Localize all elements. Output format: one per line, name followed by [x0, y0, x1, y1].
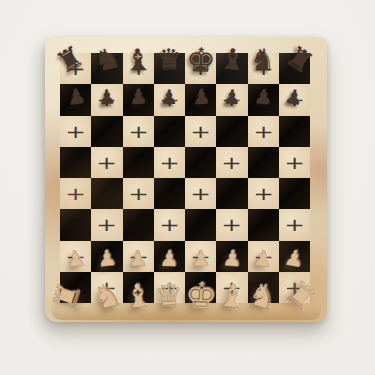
- square-f1[interactable]: +♝: [216, 272, 247, 303]
- square-a5[interactable]: [60, 147, 91, 178]
- plus-mark: +: [180, 179, 221, 208]
- square-b1[interactable]: +♞: [91, 272, 122, 303]
- piece-white-pawn-h2[interactable]: ♟: [283, 247, 306, 272]
- square-c3[interactable]: [123, 209, 154, 240]
- piece-black-pawn-e7[interactable]: ♟: [191, 86, 210, 107]
- plus-mark: +: [212, 148, 253, 177]
- plus-mark: +: [55, 117, 96, 146]
- piece-black-pawn-f7[interactable]: ♟: [222, 86, 241, 107]
- square-g2[interactable]: +♟: [248, 241, 279, 272]
- piece-black-knight-g8[interactable]: ♞: [248, 43, 279, 76]
- square-g5[interactable]: [248, 147, 279, 178]
- square-b7[interactable]: +♟: [91, 84, 122, 115]
- square-d7[interactable]: +♟: [154, 84, 185, 115]
- square-h7[interactable]: +♟: [279, 84, 310, 115]
- square-h5[interactable]: +: [279, 147, 310, 178]
- square-a6[interactable]: +: [60, 116, 91, 147]
- square-c1[interactable]: ♝: [123, 272, 154, 303]
- square-g6[interactable]: +: [248, 116, 279, 147]
- square-f5[interactable]: +: [216, 147, 247, 178]
- photo-backdrop: +♜♞+♝♛+♚♝+♞♜♟+♟♟+♟♟+♟♟+♟++++++++++++++++…: [0, 0, 375, 375]
- square-c2[interactable]: +♟: [123, 241, 154, 272]
- chess-board[interactable]: +♜♞+♝♛+♚♝+♞♜♟+♟♟+♟♟+♟♟+♟++++++++++++++++…: [60, 53, 310, 303]
- piece-black-pawn-a7[interactable]: ♟: [65, 86, 86, 108]
- piece-white-pawn-g2[interactable]: ♟: [252, 247, 274, 271]
- plus-mark: +: [243, 117, 284, 146]
- piece-white-queen-d1[interactable]: ♛: [154, 280, 184, 313]
- square-c8[interactable]: +♝: [123, 53, 154, 84]
- square-g3[interactable]: [248, 209, 279, 240]
- square-e2[interactable]: +♟: [185, 241, 216, 272]
- square-e5[interactable]: [185, 147, 216, 178]
- square-h2[interactable]: ♟: [279, 241, 310, 272]
- plus-mark: +: [212, 211, 253, 240]
- square-h1[interactable]: +♜: [279, 272, 310, 303]
- square-d3[interactable]: +: [154, 209, 185, 240]
- piece-black-queen-d8[interactable]: ♛: [156, 45, 183, 75]
- square-f2[interactable]: ♟: [216, 241, 247, 272]
- square-e4[interactable]: +: [185, 178, 216, 209]
- square-b6[interactable]: [91, 116, 122, 147]
- plus-mark: +: [55, 179, 96, 208]
- square-d6[interactable]: [154, 116, 185, 147]
- piece-white-king-e1[interactable]: ♚: [184, 278, 218, 316]
- square-b4[interactable]: [91, 178, 122, 209]
- piece-black-rook-h8[interactable]: ♜: [280, 40, 318, 79]
- piece-white-pawn-d2[interactable]: ♟: [159, 248, 179, 271]
- piece-black-pawn-c7[interactable]: ♟: [129, 87, 148, 108]
- square-c6[interactable]: +: [123, 116, 154, 147]
- square-c5[interactable]: [123, 147, 154, 178]
- square-h6[interactable]: [279, 116, 310, 147]
- piece-white-bishop-c1[interactable]: ♝: [122, 279, 154, 314]
- chess-board-slab: +♜♞+♝♛+♚♝+♞♜♟+♟♟+♟♟+♟♟+♟++++++++++++++++…: [45, 37, 327, 322]
- plus-mark: +: [87, 211, 128, 240]
- piece-black-pawn-d7[interactable]: ♟: [160, 87, 178, 107]
- square-e1[interactable]: ♚: [185, 272, 216, 303]
- square-a7[interactable]: ♟: [60, 84, 91, 115]
- square-e8[interactable]: +♚: [185, 53, 216, 84]
- piece-white-pawn-f2[interactable]: ♟: [221, 247, 242, 270]
- piece-black-king-e8[interactable]: ♚: [185, 43, 216, 77]
- square-e6[interactable]: +: [185, 116, 216, 147]
- plus-mark: +: [149, 211, 190, 240]
- square-h3[interactable]: +: [279, 209, 310, 240]
- plus-mark: +: [118, 117, 159, 146]
- plus-mark: +: [274, 211, 315, 240]
- piece-white-pawn-b2[interactable]: ♟: [96, 247, 118, 271]
- piece-black-rook-a8[interactable]: ♜: [51, 41, 88, 79]
- piece-white-pawn-e2[interactable]: ♟: [190, 248, 210, 271]
- square-c7[interactable]: ♟: [123, 84, 154, 115]
- square-f6[interactable]: [216, 116, 247, 147]
- plus-mark: +: [118, 179, 159, 208]
- square-h8[interactable]: ♜: [279, 53, 310, 84]
- square-f3[interactable]: +: [216, 209, 247, 240]
- piece-black-bishop-f8[interactable]: ♝: [218, 44, 246, 75]
- square-d1[interactable]: +♛: [154, 272, 185, 303]
- plus-mark: +: [274, 148, 315, 177]
- square-g8[interactable]: +♞: [248, 53, 279, 84]
- square-d5[interactable]: +: [154, 147, 185, 178]
- square-a1[interactable]: ♜: [60, 272, 91, 303]
- square-a4[interactable]: +: [60, 178, 91, 209]
- square-h4[interactable]: [279, 178, 310, 209]
- square-b3[interactable]: +: [91, 209, 122, 240]
- plus-mark: +: [180, 117, 221, 146]
- square-c4[interactable]: +: [123, 178, 154, 209]
- piece-black-pawn-b7[interactable]: ♟: [97, 86, 116, 107]
- piece-black-bishop-c8[interactable]: ♝: [124, 44, 152, 75]
- square-f4[interactable]: [216, 178, 247, 209]
- square-a8[interactable]: +♜: [60, 53, 91, 84]
- square-b2[interactable]: ♟: [91, 241, 122, 272]
- piece-black-pawn-g7[interactable]: ♟: [253, 86, 273, 108]
- square-g7[interactable]: ♟: [248, 84, 279, 115]
- piece-white-pawn-a2[interactable]: ♟: [64, 247, 87, 272]
- square-f7[interactable]: +♟: [216, 84, 247, 115]
- square-g1[interactable]: ♞: [248, 272, 279, 303]
- piece-white-pawn-c2[interactable]: ♟: [128, 248, 149, 271]
- piece-black-knight-b8[interactable]: ♞: [92, 43, 123, 76]
- square-e3[interactable]: [185, 209, 216, 240]
- plus-mark: +: [149, 148, 190, 177]
- square-g4[interactable]: +: [248, 178, 279, 209]
- square-d8[interactable]: ♛: [154, 53, 185, 84]
- piece-black-pawn-h7[interactable]: ♟: [284, 86, 305, 109]
- square-a2[interactable]: +♟: [60, 241, 91, 272]
- plus-mark: +: [243, 179, 284, 208]
- square-d2[interactable]: ♟: [154, 241, 185, 272]
- square-b5[interactable]: +: [91, 147, 122, 178]
- square-d4[interactable]: [154, 178, 185, 209]
- square-b8[interactable]: ♞: [91, 53, 122, 84]
- square-f8[interactable]: ♝: [216, 53, 247, 84]
- square-a3[interactable]: [60, 209, 91, 240]
- square-e7[interactable]: ♟: [185, 84, 216, 115]
- plus-mark: +: [87, 148, 128, 177]
